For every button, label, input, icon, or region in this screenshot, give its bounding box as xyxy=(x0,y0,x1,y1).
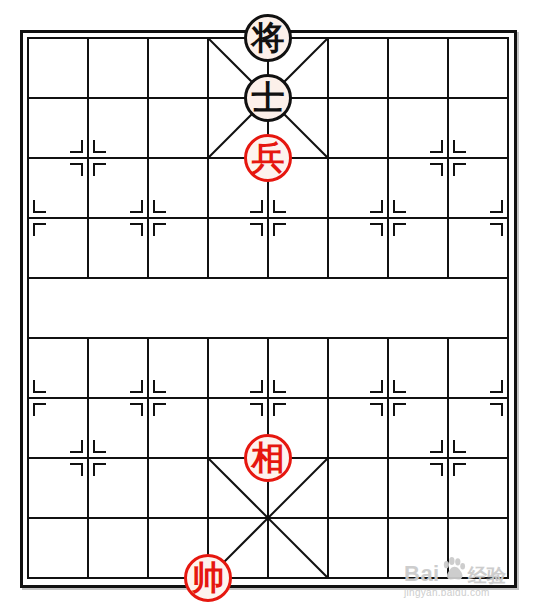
position-mark xyxy=(453,163,466,176)
position-mark xyxy=(250,403,263,416)
position-mark xyxy=(273,223,286,236)
position-mark xyxy=(153,200,166,213)
position-mark xyxy=(273,380,286,393)
position-mark xyxy=(453,463,466,476)
position-mark xyxy=(453,140,466,153)
file-line xyxy=(447,37,449,279)
position-mark xyxy=(430,163,443,176)
file-line xyxy=(447,337,449,579)
position-mark xyxy=(250,380,263,393)
position-mark xyxy=(93,163,106,176)
file-line xyxy=(87,337,89,579)
position-mark xyxy=(33,200,46,213)
xiangqi-diagram: 将士兵相帅 Bai 经验 jingyan.baidu.com xyxy=(0,0,539,615)
position-mark xyxy=(130,403,143,416)
position-mark xyxy=(130,223,143,236)
file-line xyxy=(387,37,389,279)
position-mark xyxy=(130,380,143,393)
position-mark xyxy=(370,403,383,416)
position-mark xyxy=(490,403,503,416)
position-mark xyxy=(153,380,166,393)
position-mark xyxy=(70,140,83,153)
piece-red-general[interactable]: 帅 xyxy=(184,554,232,602)
position-mark xyxy=(153,403,166,416)
position-mark xyxy=(33,223,46,236)
position-mark xyxy=(430,440,443,453)
position-mark xyxy=(93,140,106,153)
position-mark xyxy=(370,380,383,393)
position-mark xyxy=(153,223,166,236)
position-mark xyxy=(93,463,106,476)
file-line xyxy=(27,37,29,579)
piece-red-soldier[interactable]: 兵 xyxy=(244,134,292,182)
position-mark xyxy=(250,200,263,213)
position-mark xyxy=(273,200,286,213)
position-mark xyxy=(93,440,106,453)
file-line xyxy=(507,37,509,579)
file-line xyxy=(87,37,89,279)
piece-black-advisor[interactable]: 士 xyxy=(244,74,292,122)
piece-red-elephant[interactable]: 相 xyxy=(244,434,292,482)
position-mark xyxy=(33,403,46,416)
position-mark xyxy=(393,380,406,393)
position-mark xyxy=(273,403,286,416)
position-mark xyxy=(430,463,443,476)
watermark-url: jingyan.baidu.com xyxy=(404,588,536,598)
position-mark xyxy=(490,223,503,236)
file-line xyxy=(147,37,149,279)
position-mark xyxy=(490,200,503,213)
position-mark xyxy=(70,440,83,453)
position-mark xyxy=(250,223,263,236)
position-mark xyxy=(130,200,143,213)
position-mark xyxy=(490,380,503,393)
file-line xyxy=(147,337,149,579)
position-mark xyxy=(33,380,46,393)
position-mark xyxy=(393,223,406,236)
file-line xyxy=(387,337,389,579)
position-mark xyxy=(393,403,406,416)
position-mark xyxy=(430,140,443,153)
position-mark xyxy=(70,463,83,476)
piece-black-general[interactable]: 将 xyxy=(244,14,292,62)
position-mark xyxy=(370,200,383,213)
position-mark xyxy=(70,163,83,176)
position-mark xyxy=(453,440,466,453)
position-mark xyxy=(370,223,383,236)
position-mark xyxy=(393,200,406,213)
